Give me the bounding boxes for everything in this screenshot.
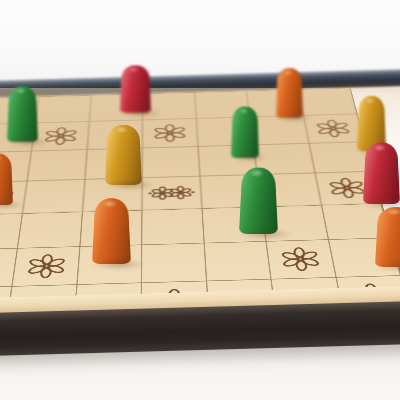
- piece-green-1[interactable]: [7, 86, 38, 142]
- piece-orange-1[interactable]: [92, 198, 131, 264]
- pieces-layer: [0, 0, 400, 400]
- piece-green-3[interactable]: [239, 168, 278, 234]
- piece-red-2[interactable]: [363, 142, 400, 204]
- piece-orange-3[interactable]: [375, 207, 400, 267]
- board-photo: [0, 0, 400, 400]
- piece-orange-4[interactable]: [0, 154, 13, 205]
- piece-red-1[interactable]: [120, 65, 151, 113]
- piece-green-2[interactable]: [231, 107, 259, 158]
- piece-yellow-1[interactable]: [105, 125, 142, 185]
- piece-orange-2[interactable]: [276, 68, 303, 118]
